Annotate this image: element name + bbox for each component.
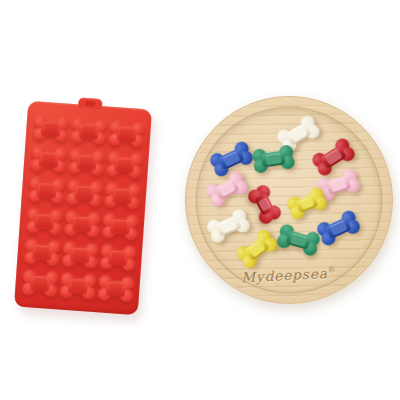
bone-facet: [73, 249, 87, 261]
bone-facet: [39, 185, 53, 197]
mold-bone-cavity: [28, 177, 65, 204]
bone-facet: [41, 154, 55, 166]
mold-bone-cavity: [21, 270, 58, 297]
silicone-bone-mold: [14, 101, 152, 315]
mold-bone-cavity: [104, 182, 141, 209]
mold-tab-notch: [85, 101, 95, 107]
bone-facet: [117, 159, 131, 171]
wooden-tray: Mydeepsea®: [185, 96, 393, 304]
mold-bone-cavity: [99, 244, 136, 271]
mold-bone-cavity: [66, 180, 103, 207]
mold-bone-cavity: [26, 208, 63, 235]
mold-bone-cavity: [23, 239, 60, 266]
mold-bone-cavity: [68, 149, 105, 176]
mold-bone-cavity: [106, 152, 143, 179]
bone-facet: [111, 252, 125, 264]
mold-bone-cavity: [30, 146, 67, 173]
mold-bone-cavity: [108, 121, 145, 148]
product-photo-canvas: Mydeepsea®: [0, 0, 400, 400]
bone-facet: [33, 278, 47, 290]
bone-facet: [44, 123, 58, 135]
mold-bone-cavity: [70, 118, 107, 145]
mold-cavity-grid: [20, 112, 147, 305]
mold-bone-cavity: [97, 275, 134, 302]
mold-bone-cavity: [59, 273, 96, 300]
mold-bone-cavity: [64, 211, 101, 238]
bone-facet: [35, 247, 49, 259]
bone-facet: [77, 188, 91, 200]
mold-bone-cavity: [32, 115, 69, 142]
bone-facet: [81, 126, 95, 138]
registered-mark: ®: [327, 265, 336, 274]
mold-hanging-tab: [78, 97, 103, 109]
bone-facet: [119, 128, 133, 140]
bone-facet: [75, 219, 89, 231]
mold-bone-cavity: [61, 242, 98, 269]
bone-facet: [79, 157, 93, 169]
bone-facet: [109, 283, 123, 295]
bone-facet: [37, 216, 51, 228]
bone-facet: [113, 221, 127, 233]
bone-facet: [71, 280, 85, 292]
mold-bone-cavity: [101, 213, 138, 240]
bone-facet: [265, 153, 281, 165]
bone-facet: [115, 190, 129, 202]
